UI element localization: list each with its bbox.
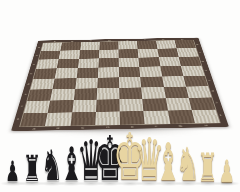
coord-label: 1 <box>17 118 20 120</box>
square-g1 <box>168 110 195 124</box>
coord-label: G <box>162 39 165 40</box>
square-e3 <box>119 87 142 99</box>
square-c6 <box>78 59 99 69</box>
square-a6 <box>36 59 59 69</box>
square-f3 <box>141 87 165 99</box>
coord-label: H <box>181 38 184 39</box>
square-d3 <box>96 88 119 100</box>
square-e2 <box>119 99 143 112</box>
coord-label: 6 <box>202 61 205 63</box>
square-h7 <box>176 48 198 57</box>
coord-label: 7 <box>36 55 39 56</box>
coord-label: 7 <box>199 52 202 53</box>
square-h5 <box>181 66 205 76</box>
coord-label: 5 <box>205 70 208 72</box>
square-c4 <box>75 78 98 89</box>
square-h6 <box>178 57 201 67</box>
square-f4 <box>140 76 163 87</box>
square-a3 <box>27 89 52 101</box>
square-d7 <box>99 50 119 59</box>
square-a5 <box>34 68 57 78</box>
square-f5 <box>139 67 161 77</box>
square-g4 <box>162 76 186 87</box>
square-b5 <box>55 68 78 78</box>
coord-label: 8 <box>196 44 198 45</box>
square-d6 <box>98 58 119 68</box>
square-g2 <box>165 98 191 111</box>
coord-label: 8 <box>38 47 40 48</box>
coord-label: B <box>71 41 73 42</box>
square-g6 <box>159 57 181 67</box>
black-rook-slot: ♜ <box>23 155 41 183</box>
coord-label: 6 <box>33 64 36 66</box>
coord-label: C <box>90 40 92 41</box>
coord-label: 3 <box>24 94 27 96</box>
pieces-lineup-row: ♟♜♞♝♛♚♚♛♝♞♜♟ <box>4 123 236 183</box>
square-f7 <box>138 49 159 58</box>
square-c3 <box>73 88 97 100</box>
square-e7 <box>118 49 138 58</box>
square-g7 <box>157 48 178 57</box>
white-rook-piece: ♜ <box>197 153 217 183</box>
white-pawn-piece: ♟ <box>219 159 235 183</box>
coord-label: 4 <box>27 83 30 85</box>
square-b4 <box>53 78 77 89</box>
black-pawn-slot: ♟ <box>4 161 22 183</box>
white-knight-slot: ♞ <box>179 147 197 183</box>
coord-label: 5 <box>30 73 33 75</box>
square-d2 <box>96 99 120 112</box>
square-a2 <box>24 100 50 113</box>
square-c5 <box>76 68 98 78</box>
chess-board: ABCDEFGH ABCDEFGH 87654321 87654321 <box>11 38 229 132</box>
board-grid <box>20 40 219 127</box>
square-h4 <box>183 76 208 87</box>
square-b3 <box>50 89 74 101</box>
coord-label: 4 <box>208 80 211 82</box>
black-pawn-piece: ♟ <box>6 161 21 183</box>
square-b2 <box>48 100 74 113</box>
coord-label: F <box>144 39 146 40</box>
square-e4 <box>119 77 141 88</box>
square-d5 <box>98 67 119 77</box>
chess-product-photo: ABCDEFGH ABCDEFGH 87654321 87654321 ♟♜♞♝… <box>0 0 240 192</box>
square-h3 <box>186 86 212 98</box>
coord-label: 2 <box>21 105 24 107</box>
square-g3 <box>164 86 189 98</box>
square-b6 <box>57 59 79 69</box>
square-h1 <box>191 110 219 124</box>
coord-label: 2 <box>215 102 218 104</box>
square-f2 <box>142 98 167 111</box>
square-c7 <box>79 50 99 59</box>
coord-label: A <box>53 41 55 42</box>
square-e6 <box>119 58 140 68</box>
coord-label: D <box>108 40 110 41</box>
coord-label: E <box>126 39 128 40</box>
white-rook-slot: ♜ <box>199 153 217 183</box>
square-a4 <box>31 78 55 89</box>
square-c2 <box>72 100 97 113</box>
square-d4 <box>97 77 119 88</box>
square-g5 <box>160 66 183 76</box>
black-knight-slot: ♞ <box>43 150 61 183</box>
black-rook-piece: ♜ <box>23 155 42 183</box>
square-b7 <box>59 50 80 59</box>
coord-label: 3 <box>212 90 215 92</box>
square-e5 <box>119 67 141 77</box>
white-pawn-slot: ♟ <box>218 159 236 183</box>
square-h2 <box>188 97 215 110</box>
square-f6 <box>139 57 160 67</box>
coord-label: 1 <box>219 114 222 116</box>
